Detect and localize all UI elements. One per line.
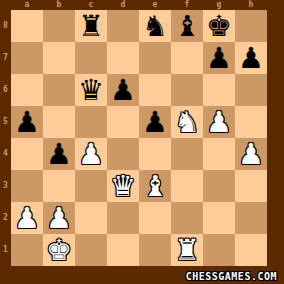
white-pawn-c4: ♟ [78, 140, 104, 169]
square-e5: ♟ [139, 106, 171, 138]
rank-label-1: 1 [0, 234, 11, 266]
square-e1 [139, 234, 171, 266]
square-e8: ♞ [139, 10, 171, 42]
rank-label-6: 6 [0, 74, 11, 106]
square-f1: ♜ [171, 234, 203, 266]
white-pawn-h4: ♟ [238, 140, 264, 169]
square-f7 [171, 42, 203, 74]
square-c1 [75, 234, 107, 266]
square-d8 [107, 10, 139, 42]
square-h8 [235, 10, 267, 42]
square-b6 [43, 74, 75, 106]
square-g3 [203, 170, 235, 202]
square-f5: ♞ [171, 106, 203, 138]
file-label-f: f [171, 0, 203, 10]
chess-diagram: abcdefgh 87654321 ♜♞♝♚♟♟♛♟♟♟♞♟♟♟♟♛♝♟♟♚♜ … [0, 0, 284, 284]
rank-label-2: 2 [0, 202, 11, 234]
square-a3 [11, 170, 43, 202]
square-a2: ♟ [11, 202, 43, 234]
square-c5 [75, 106, 107, 138]
white-rook-f1: ♜ [174, 236, 200, 265]
square-h5 [235, 106, 267, 138]
black-pawn-e5: ♟ [142, 108, 168, 137]
square-c3 [75, 170, 107, 202]
square-b8 [43, 10, 75, 42]
rank-label-7: 7 [0, 42, 11, 74]
file-label-d: d [107, 0, 139, 10]
white-knight-f5: ♞ [174, 108, 200, 137]
black-rook-c8: ♜ [78, 12, 104, 41]
square-f8: ♝ [171, 10, 203, 42]
file-label-a: a [11, 0, 43, 10]
square-a7 [11, 42, 43, 74]
square-e6 [139, 74, 171, 106]
square-g1 [203, 234, 235, 266]
file-label-g: g [203, 0, 235, 10]
black-pawn-d6: ♟ [110, 76, 136, 105]
black-knight-e8: ♞ [142, 12, 168, 41]
square-g8: ♚ [203, 10, 235, 42]
square-d1 [107, 234, 139, 266]
square-h3 [235, 170, 267, 202]
black-pawn-a5: ♟ [14, 108, 40, 137]
square-h4: ♟ [235, 138, 267, 170]
square-f4 [171, 138, 203, 170]
square-f2 [171, 202, 203, 234]
file-label-b: b [43, 0, 75, 10]
square-h7: ♟ [235, 42, 267, 74]
square-a1 [11, 234, 43, 266]
square-g4 [203, 138, 235, 170]
file-label-h: h [235, 0, 267, 10]
square-a8 [11, 10, 43, 42]
square-f3 [171, 170, 203, 202]
file-labels: abcdefgh [11, 0, 267, 10]
square-g5: ♟ [203, 106, 235, 138]
square-g6 [203, 74, 235, 106]
black-pawn-b4: ♟ [46, 140, 72, 169]
square-e7 [139, 42, 171, 74]
black-queen-c6: ♛ [78, 76, 104, 105]
black-pawn-g7: ♟ [206, 44, 232, 73]
square-c2 [75, 202, 107, 234]
square-d5 [107, 106, 139, 138]
square-d6: ♟ [107, 74, 139, 106]
rank-label-4: 4 [0, 138, 11, 170]
square-b5 [43, 106, 75, 138]
square-b1: ♚ [43, 234, 75, 266]
white-bishop-e3: ♝ [142, 172, 168, 201]
square-b2: ♟ [43, 202, 75, 234]
square-e3: ♝ [139, 170, 171, 202]
square-g7: ♟ [203, 42, 235, 74]
white-pawn-b2: ♟ [46, 204, 72, 233]
white-king-b1: ♚ [46, 236, 72, 265]
square-b7 [43, 42, 75, 74]
square-h2 [235, 202, 267, 234]
square-h1 [235, 234, 267, 266]
black-king-g8: ♚ [206, 12, 232, 41]
rank-label-5: 5 [0, 106, 11, 138]
square-d7 [107, 42, 139, 74]
white-pawn-a2: ♟ [14, 204, 40, 233]
square-h6 [235, 74, 267, 106]
square-d3: ♛ [107, 170, 139, 202]
white-queen-d3: ♛ [110, 172, 136, 201]
square-c6: ♛ [75, 74, 107, 106]
square-b4: ♟ [43, 138, 75, 170]
square-g2 [203, 202, 235, 234]
black-bishop-f8: ♝ [174, 12, 200, 41]
rank-label-8: 8 [0, 10, 11, 42]
square-e4 [139, 138, 171, 170]
square-c8: ♜ [75, 10, 107, 42]
square-c7 [75, 42, 107, 74]
square-a5: ♟ [11, 106, 43, 138]
square-b3 [43, 170, 75, 202]
file-label-c: c [75, 0, 107, 10]
white-pawn-g5: ♟ [206, 108, 232, 137]
board: ♜♞♝♚♟♟♛♟♟♟♞♟♟♟♟♛♝♟♟♚♜ [11, 10, 267, 266]
chessgames-watermark: CHESSGAMES.COM [186, 271, 277, 282]
square-a6 [11, 74, 43, 106]
black-pawn-h7: ♟ [238, 44, 264, 73]
square-e2 [139, 202, 171, 234]
rank-labels: 87654321 [0, 10, 11, 266]
file-label-e: e [139, 0, 171, 10]
square-a4 [11, 138, 43, 170]
square-c4: ♟ [75, 138, 107, 170]
square-d2 [107, 202, 139, 234]
square-f6 [171, 74, 203, 106]
rank-label-3: 3 [0, 170, 11, 202]
square-d4 [107, 138, 139, 170]
